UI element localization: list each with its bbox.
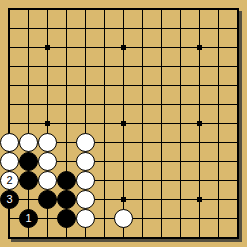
intersection — [95, 57, 114, 76]
intersection — [209, 209, 228, 228]
intersection — [114, 171, 133, 190]
intersection — [114, 114, 133, 133]
intersection — [19, 133, 38, 152]
intersection — [76, 38, 95, 57]
intersection — [19, 95, 38, 114]
white-stone — [38, 152, 57, 171]
intersection — [95, 19, 114, 38]
intersection — [152, 133, 171, 152]
intersection — [57, 38, 76, 57]
white-stone — [76, 152, 95, 171]
intersection — [133, 209, 152, 228]
intersection — [76, 209, 95, 228]
intersection — [133, 114, 152, 133]
black-stone — [57, 171, 76, 190]
intersection — [209, 57, 228, 76]
white-stone — [0, 152, 19, 171]
hoshi-point — [121, 45, 126, 50]
intersection — [114, 152, 133, 171]
intersection — [19, 190, 38, 209]
intersection — [190, 228, 209, 247]
intersection — [114, 95, 133, 114]
hoshi-point — [197, 45, 202, 50]
intersection — [171, 133, 190, 152]
black-stone — [57, 209, 76, 228]
intersection — [0, 95, 19, 114]
intersection — [76, 152, 95, 171]
intersection — [76, 171, 95, 190]
intersection — [38, 57, 57, 76]
intersection — [209, 133, 228, 152]
intersection — [152, 209, 171, 228]
intersection — [38, 152, 57, 171]
black-stone — [57, 190, 76, 209]
intersection — [133, 38, 152, 57]
hoshi-point — [197, 197, 202, 202]
intersection — [171, 76, 190, 95]
intersection — [152, 228, 171, 247]
intersection — [171, 228, 190, 247]
intersection — [114, 76, 133, 95]
intersection — [209, 38, 228, 57]
black-stone: 3 — [0, 190, 19, 209]
intersection — [228, 0, 247, 19]
white-stone — [76, 209, 95, 228]
intersection — [171, 95, 190, 114]
intersection — [114, 228, 133, 247]
white-stone — [114, 209, 133, 228]
intersection — [95, 190, 114, 209]
intersection — [57, 0, 76, 19]
intersection — [114, 38, 133, 57]
move-number-label: 3 — [6, 194, 12, 205]
intersection — [171, 190, 190, 209]
hoshi-point — [197, 121, 202, 126]
intersection — [38, 209, 57, 228]
intersection — [114, 209, 133, 228]
intersection — [228, 209, 247, 228]
hoshi-point — [45, 45, 50, 50]
intersection — [171, 57, 190, 76]
intersection — [171, 19, 190, 38]
intersection — [57, 190, 76, 209]
intersection — [190, 38, 209, 57]
intersection — [171, 171, 190, 190]
intersection — [19, 114, 38, 133]
intersection — [19, 171, 38, 190]
go-board: 231 — [0, 0, 247, 247]
intersection — [228, 114, 247, 133]
intersection — [0, 38, 19, 57]
intersection — [76, 76, 95, 95]
intersection — [190, 0, 209, 19]
intersection — [57, 95, 76, 114]
intersection — [209, 76, 228, 95]
intersection — [95, 76, 114, 95]
intersection — [0, 114, 19, 133]
intersection — [133, 0, 152, 19]
intersection — [152, 95, 171, 114]
intersection — [38, 171, 57, 190]
intersection: 3 — [0, 190, 19, 209]
intersection — [228, 152, 247, 171]
intersection — [228, 228, 247, 247]
intersection — [152, 0, 171, 19]
intersection — [76, 57, 95, 76]
intersection — [133, 228, 152, 247]
intersection — [57, 76, 76, 95]
intersection — [190, 190, 209, 209]
hoshi-point — [45, 121, 50, 126]
intersection — [57, 152, 76, 171]
intersection: 2 — [0, 171, 19, 190]
white-stone — [38, 133, 57, 152]
white-stone — [76, 171, 95, 190]
intersection — [95, 0, 114, 19]
intersection — [228, 38, 247, 57]
intersection — [38, 114, 57, 133]
intersection — [190, 133, 209, 152]
intersection — [57, 209, 76, 228]
intersection — [171, 152, 190, 171]
intersection — [95, 38, 114, 57]
white-stone — [38, 171, 57, 190]
intersection — [38, 133, 57, 152]
intersection — [152, 19, 171, 38]
intersection — [114, 0, 133, 19]
black-stone — [38, 190, 57, 209]
intersection — [38, 0, 57, 19]
intersection — [76, 190, 95, 209]
intersection — [95, 95, 114, 114]
intersection — [38, 38, 57, 57]
intersection — [190, 209, 209, 228]
intersection — [152, 76, 171, 95]
intersection — [152, 114, 171, 133]
intersection — [57, 19, 76, 38]
intersection — [95, 209, 114, 228]
intersection — [171, 0, 190, 19]
white-stone — [0, 133, 19, 152]
intersection — [152, 171, 171, 190]
intersection — [209, 152, 228, 171]
intersection — [19, 57, 38, 76]
intersection — [228, 95, 247, 114]
intersection — [209, 190, 228, 209]
intersection — [38, 190, 57, 209]
intersection — [76, 114, 95, 133]
intersection — [57, 171, 76, 190]
intersection — [190, 171, 209, 190]
intersection — [57, 57, 76, 76]
intersection — [19, 76, 38, 95]
move-number-label: 2 — [6, 175, 12, 186]
intersection — [171, 209, 190, 228]
intersection — [228, 190, 247, 209]
intersection — [0, 228, 19, 247]
intersection — [133, 133, 152, 152]
intersection — [0, 209, 19, 228]
intersection — [114, 133, 133, 152]
intersection — [19, 0, 38, 19]
intersection — [228, 76, 247, 95]
intersection — [228, 57, 247, 76]
intersection — [209, 114, 228, 133]
white-stone — [76, 133, 95, 152]
black-stone — [19, 171, 38, 190]
intersection — [76, 228, 95, 247]
intersection — [95, 133, 114, 152]
white-stone — [76, 190, 95, 209]
intersection — [95, 171, 114, 190]
intersection — [38, 95, 57, 114]
intersection — [209, 0, 228, 19]
intersection — [0, 0, 19, 19]
intersection — [38, 19, 57, 38]
intersection — [95, 152, 114, 171]
intersection — [209, 171, 228, 190]
intersection — [38, 76, 57, 95]
intersection — [114, 190, 133, 209]
intersection — [0, 57, 19, 76]
intersection — [19, 38, 38, 57]
intersection — [209, 19, 228, 38]
intersection — [190, 114, 209, 133]
intersection — [133, 57, 152, 76]
intersection — [76, 19, 95, 38]
intersection — [133, 171, 152, 190]
intersection — [152, 57, 171, 76]
intersection — [152, 190, 171, 209]
hoshi-point — [121, 121, 126, 126]
intersection — [190, 76, 209, 95]
intersection — [19, 152, 38, 171]
intersection — [95, 228, 114, 247]
intersection — [171, 114, 190, 133]
intersection — [190, 152, 209, 171]
intersection — [0, 19, 19, 38]
intersection — [209, 228, 228, 247]
intersection — [190, 95, 209, 114]
intersection — [57, 228, 76, 247]
black-stone — [19, 152, 38, 171]
intersection — [38, 228, 57, 247]
hoshi-point — [121, 197, 126, 202]
intersection — [19, 19, 38, 38]
intersection — [76, 133, 95, 152]
intersection — [0, 152, 19, 171]
white-stone — [19, 133, 38, 152]
intersection — [114, 19, 133, 38]
intersection — [171, 38, 190, 57]
intersection — [133, 190, 152, 209]
intersection — [190, 57, 209, 76]
intersection — [190, 19, 209, 38]
intersection — [114, 57, 133, 76]
intersection — [152, 152, 171, 171]
black-stone: 1 — [19, 209, 38, 228]
intersection — [209, 95, 228, 114]
intersection — [228, 19, 247, 38]
intersection — [133, 152, 152, 171]
intersection — [228, 133, 247, 152]
intersection — [133, 19, 152, 38]
intersection: 1 — [19, 209, 38, 228]
intersection — [95, 114, 114, 133]
intersection — [57, 133, 76, 152]
intersection — [76, 0, 95, 19]
goban-diagram: 231 — [0, 0, 247, 247]
intersection — [57, 114, 76, 133]
move-number-label: 1 — [25, 213, 31, 224]
intersection — [0, 133, 19, 152]
intersection — [152, 38, 171, 57]
intersection — [133, 95, 152, 114]
intersection — [19, 228, 38, 247]
intersection — [228, 171, 247, 190]
white-stone: 2 — [0, 171, 19, 190]
intersection — [133, 76, 152, 95]
intersection — [0, 76, 19, 95]
intersection — [76, 95, 95, 114]
